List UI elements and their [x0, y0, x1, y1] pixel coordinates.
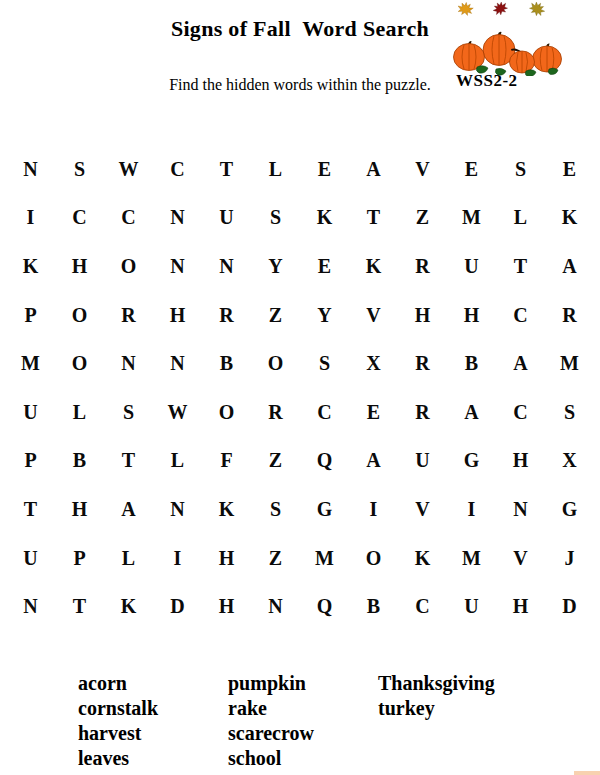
grid-cell-r6c1[interactable]: U	[6, 388, 55, 437]
grid-cell-r5c5[interactable]: B	[202, 339, 251, 388]
red-maple-leaf-icon	[491, 1, 509, 17]
grid-cell-r6c3[interactable]: S	[104, 388, 153, 437]
grid-cell-r9c11[interactable]: V	[496, 534, 545, 583]
grid-cell-r4c5[interactable]: R	[202, 291, 251, 340]
falling-leaves-clipart	[452, 1, 554, 18]
grid-cell-r2c8[interactable]: T	[349, 194, 398, 243]
grid-cell-r4c4[interactable]: H	[153, 291, 202, 340]
grid-cell-r9c3[interactable]: L	[104, 534, 153, 583]
grid-cell-r7c7[interactable]: Q	[300, 437, 349, 486]
word-thanksgiving: Thanksgiving	[378, 671, 495, 696]
orange-maple-leaf-icon	[457, 1, 474, 16]
grid-cell-r6c5[interactable]: O	[202, 388, 251, 437]
worksheet-page: Signs of Fall Word Search Find the hidde…	[0, 0, 600, 775]
word-list-column-2: pumpkinrakescarecrowschool	[228, 671, 314, 771]
grid-cell-r10c6[interactable]: N	[251, 582, 300, 631]
word-harvest: harvest	[78, 721, 158, 746]
grid-cell-r9c9[interactable]: K	[398, 534, 447, 583]
grid-cell-r1c12[interactable]: E	[545, 145, 594, 194]
grid-cell-r6c2[interactable]: L	[55, 388, 104, 437]
grid-cell-r2c5[interactable]: U	[202, 194, 251, 243]
grid-cell-r8c2[interactable]: H	[55, 485, 104, 534]
grid-cell-r6c12[interactable]: S	[545, 388, 594, 437]
grid-cell-r10c2[interactable]: T	[55, 582, 104, 631]
word-scarecrow: scarecrow	[228, 721, 314, 746]
grid-cell-r3c11[interactable]: T	[496, 242, 545, 291]
grid-cell-r8c12[interactable]: G	[545, 485, 594, 534]
grid-cell-r7c2[interactable]: B	[55, 437, 104, 486]
grid-cell-r4c9[interactable]: H	[398, 291, 447, 340]
word-search-grid: NSWCTLEAVESEICCNUSKTZMLKKHONNYEKRUTAPORH…	[6, 145, 594, 631]
grid-cell-r3c1[interactable]: K	[6, 242, 55, 291]
grid-cell-r2c7[interactable]: K	[300, 194, 349, 243]
grid-cell-r8c5[interactable]: K	[202, 485, 251, 534]
grid-cell-r10c8[interactable]: B	[349, 582, 398, 631]
gold-maple-leaf-icon	[527, 1, 547, 18]
grid-cell-r10c11[interactable]: H	[496, 582, 545, 631]
grid-cell-r7c10[interactable]: G	[447, 437, 496, 486]
grid-cell-r9c8[interactable]: O	[349, 534, 398, 583]
grid-cell-r8c10[interactable]: I	[447, 485, 496, 534]
grid-cell-r6c7[interactable]: C	[300, 388, 349, 437]
word-acorn: acorn	[78, 671, 158, 696]
grid-cell-r7c8[interactable]: A	[349, 437, 398, 486]
grid-cell-r2c6[interactable]: S	[251, 194, 300, 243]
grid-cell-r4c7[interactable]: Y	[300, 291, 349, 340]
grid-cell-r8c6[interactable]: S	[251, 485, 300, 534]
grid-cell-r2c1[interactable]: I	[6, 194, 55, 243]
grid-cell-r7c5[interactable]: F	[202, 437, 251, 486]
grid-cell-r5c11[interactable]: A	[496, 339, 545, 388]
word-list: acorncornstalkharvestleaves pumpkinrakes…	[0, 671, 600, 775]
word-list-column-3: Thanksgivingturkey	[378, 671, 495, 721]
grid-cell-r7c6[interactable]: Z	[251, 437, 300, 486]
grid-cell-r1c9[interactable]: V	[398, 145, 447, 194]
grid-cell-r3c5[interactable]: N	[202, 242, 251, 291]
grid-cell-r5c8[interactable]: X	[349, 339, 398, 388]
grid-cell-r6c11[interactable]: C	[496, 388, 545, 437]
grid-cell-r3c10[interactable]: U	[447, 242, 496, 291]
grid-cell-r4c10[interactable]: H	[447, 291, 496, 340]
grid-cell-r1c10[interactable]: E	[447, 145, 496, 194]
word-cornstalk: cornstalk	[78, 696, 158, 721]
word-school: school	[228, 746, 314, 771]
grid-cell-r2c3[interactable]: C	[104, 194, 153, 243]
grid-cell-r9c6[interactable]: Z	[251, 534, 300, 583]
grid-cell-r3c8[interactable]: K	[349, 242, 398, 291]
grid-cell-r7c12[interactable]: X	[545, 437, 594, 486]
grid-cell-r3c2[interactable]: H	[55, 242, 104, 291]
grid-cell-r3c9[interactable]: R	[398, 242, 447, 291]
grid-cell-r2c4[interactable]: N	[153, 194, 202, 243]
grid-cell-r1c7[interactable]: E	[300, 145, 349, 194]
grid-cell-r8c7[interactable]: G	[300, 485, 349, 534]
grid-cell-r4c2[interactable]: O	[55, 291, 104, 340]
grid-cell-r5c4[interactable]: N	[153, 339, 202, 388]
grid-cell-r10c10[interactable]: U	[447, 582, 496, 631]
pumpkins-clipart	[450, 30, 564, 76]
grid-cell-r6c10[interactable]: A	[447, 388, 496, 437]
grid-cell-r9c2[interactable]: P	[55, 534, 104, 583]
word-list-column-1: acorncornstalkharvestleaves	[78, 671, 158, 771]
grid-cell-r10c9[interactable]: C	[398, 582, 447, 631]
scan-artifact	[574, 771, 600, 775]
grid-cell-r1c3[interactable]: W	[104, 145, 153, 194]
word-leaves: leaves	[78, 746, 158, 771]
grid-cell-r6c4[interactable]: W	[153, 388, 202, 437]
grid-cell-r8c11[interactable]: N	[496, 485, 545, 534]
grid-cell-r5c1[interactable]: M	[6, 339, 55, 388]
word-turkey: turkey	[378, 696, 495, 721]
grid-cell-r10c3[interactable]: K	[104, 582, 153, 631]
word-rake: rake	[228, 696, 314, 721]
grid-cell-r1c2[interactable]: S	[55, 145, 104, 194]
grid-cell-r1c4[interactable]: C	[153, 145, 202, 194]
grid-cell-r10c4[interactable]: D	[153, 582, 202, 631]
grid-cell-r9c10[interactable]: M	[447, 534, 496, 583]
grid-cell-r1c5[interactable]: T	[202, 145, 251, 194]
grid-cell-r10c12[interactable]: D	[545, 582, 594, 631]
grid-cell-r2c12[interactable]: K	[545, 194, 594, 243]
grid-cell-r9c5[interactable]: H	[202, 534, 251, 583]
grid-cell-r1c11[interactable]: S	[496, 145, 545, 194]
grid-cell-r7c3[interactable]: T	[104, 437, 153, 486]
grid-cell-r2c2[interactable]: C	[55, 194, 104, 243]
grid-cell-r5c6[interactable]: O	[251, 339, 300, 388]
grid-cell-r2c10[interactable]: M	[447, 194, 496, 243]
grid-cell-r9c4[interactable]: I	[153, 534, 202, 583]
grid-cell-r10c1[interactable]: N	[6, 582, 55, 631]
grid-cell-r4c6[interactable]: Z	[251, 291, 300, 340]
grid-cell-r4c1[interactable]: P	[6, 291, 55, 340]
grid-cell-r5c7[interactable]: S	[300, 339, 349, 388]
grid-cell-r6c8[interactable]: E	[349, 388, 398, 437]
grid-cell-r5c3[interactable]: N	[104, 339, 153, 388]
grid-cell-r10c5[interactable]: H	[202, 582, 251, 631]
grid-cell-r4c12[interactable]: R	[545, 291, 594, 340]
grid-cell-r8c1[interactable]: T	[6, 485, 55, 534]
grid-cell-r8c8[interactable]: I	[349, 485, 398, 534]
grid-cell-r5c10[interactable]: B	[447, 339, 496, 388]
grid-cell-r5c2[interactable]: O	[55, 339, 104, 388]
grid-cell-r3c7[interactable]: E	[300, 242, 349, 291]
grid-cell-r1c8[interactable]: A	[349, 145, 398, 194]
grid-cell-r8c3[interactable]: A	[104, 485, 153, 534]
grid-cell-r9c7[interactable]: M	[300, 534, 349, 583]
grid-cell-r5c9[interactable]: R	[398, 339, 447, 388]
grid-cell-r2c11[interactable]: L	[496, 194, 545, 243]
grid-cell-r3c3[interactable]: O	[104, 242, 153, 291]
worksheet-code: WSS2-2	[456, 71, 566, 91]
grid-cell-r4c11[interactable]: C	[496, 291, 545, 340]
grid-cell-r9c12[interactable]: J	[545, 534, 594, 583]
word-pumpkin: pumpkin	[228, 671, 314, 696]
grid-cell-r6c6[interactable]: R	[251, 388, 300, 437]
grid-cell-r3c6[interactable]: Y	[251, 242, 300, 291]
grid-cell-r8c4[interactable]: N	[153, 485, 202, 534]
grid-cell-r9c1[interactable]: U	[6, 534, 55, 583]
grid-cell-r2c9[interactable]: Z	[398, 194, 447, 243]
grid-cell-r1c1[interactable]: N	[6, 145, 55, 194]
grid-cell-r8c9[interactable]: V	[398, 485, 447, 534]
grid-cell-r7c9[interactable]: U	[398, 437, 447, 486]
grid-cell-r7c4[interactable]: L	[153, 437, 202, 486]
grid-cell-r7c11[interactable]: H	[496, 437, 545, 486]
grid-cell-r5c12[interactable]: M	[545, 339, 594, 388]
grid-cell-r1c6[interactable]: L	[251, 145, 300, 194]
grid-cell-r3c4[interactable]: N	[153, 242, 202, 291]
grid-cell-r4c8[interactable]: V	[349, 291, 398, 340]
grid-cell-r4c3[interactable]: R	[104, 291, 153, 340]
grid-cell-r10c7[interactable]: Q	[300, 582, 349, 631]
grid-cell-r3c12[interactable]: A	[545, 242, 594, 291]
grid-cell-r7c1[interactable]: P	[6, 437, 55, 486]
grid-cell-r6c9[interactable]: R	[398, 388, 447, 437]
